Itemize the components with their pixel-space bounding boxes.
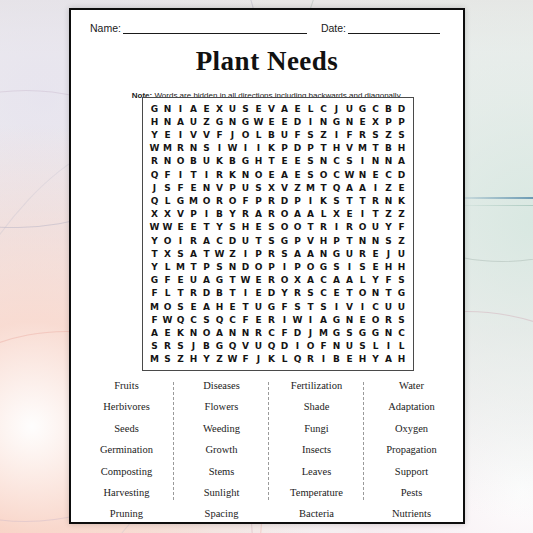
- grid-cell-r1c10: V: [265, 102, 278, 115]
- grid-cell-r11c16: T: [343, 234, 356, 247]
- grid-cell-r5c3: O: [174, 155, 187, 168]
- grid-cell-r2c7: N: [226, 115, 239, 128]
- grid-cell-r1c16: U: [343, 102, 356, 115]
- grid-cell-r7c2: S: [161, 181, 174, 194]
- grid-cell-r6c14: O: [317, 168, 330, 181]
- grid-cell-r17c10: R: [265, 313, 278, 326]
- grid-cell-r15c8: I: [239, 287, 252, 300]
- grid-cell-r16c3: S: [174, 300, 187, 313]
- grid-cell-r8c2: L: [161, 194, 174, 207]
- grid-cell-r9c20: Z: [395, 208, 408, 221]
- grid-cell-r15c5: D: [200, 287, 213, 300]
- date-input-line[interactable]: [348, 22, 440, 34]
- grid-cell-r12c13: A: [304, 247, 317, 260]
- grid-cell-r16c4: E: [187, 300, 200, 313]
- grid-cell-r9c14: L: [317, 208, 330, 221]
- grid-cell-r9c5: I: [200, 208, 213, 221]
- grid-cell-r16c16: V: [343, 300, 356, 313]
- grid-cell-r16c11: F: [278, 300, 291, 313]
- grid-cell-r7c6: V: [213, 181, 226, 194]
- grid-cell-r13c7: N: [226, 260, 239, 273]
- grid-cell-r5c20: A: [395, 155, 408, 168]
- word-item: Sunlight: [174, 488, 269, 499]
- grid-cell-r12c16: U: [343, 247, 356, 260]
- grid-cell-r7c15: Q: [330, 181, 343, 194]
- grid-cell-r7c14: T: [317, 181, 330, 194]
- grid-cell-r13c14: G: [317, 260, 330, 273]
- grid-cell-r17c9: E: [252, 313, 265, 326]
- grid-cell-r8c4: M: [187, 194, 200, 207]
- grid-cell-r4c12: D: [291, 142, 304, 155]
- grid-cell-r11c5: A: [200, 234, 213, 247]
- grid-cell-r20c12: Q: [291, 353, 304, 366]
- grid-cell-r19c9: U: [252, 340, 265, 353]
- word-item: Herbivores: [79, 402, 174, 413]
- grid-cell-r20c20: H: [395, 353, 408, 366]
- grid-cell-r19c19: I: [382, 340, 395, 353]
- word-list-column-1: FruitsHerbivoresSeedsGerminationComposti…: [79, 378, 174, 524]
- grid-cell-r20c13: R: [304, 353, 317, 366]
- grid-cell-r11c7: D: [226, 234, 239, 247]
- grid-cell-r14c10: R: [265, 274, 278, 287]
- grid-cell-r11c6: C: [213, 234, 226, 247]
- grid-cell-r3c19: Z: [382, 128, 395, 141]
- word-item: Leaves: [269, 467, 364, 478]
- grid-cell-r9c4: P: [187, 208, 200, 221]
- grid-cell-r13c9: O: [252, 260, 265, 273]
- grid-cell-r18c16: S: [343, 326, 356, 339]
- grid-cell-r12c4: A: [187, 247, 200, 260]
- grid-cell-r11c11: G: [278, 234, 291, 247]
- grid-cell-r8c8: F: [239, 194, 252, 207]
- grid-cell-r8c5: O: [200, 194, 213, 207]
- grid-cell-r3c12: F: [291, 128, 304, 141]
- grid-cell-r14c4: U: [187, 274, 200, 287]
- grid-cell-r14c8: W: [239, 274, 252, 287]
- grid-cell-r17c5: S: [200, 313, 213, 326]
- grid-cell-r2c12: D: [291, 115, 304, 128]
- grid-cell-r3c17: R: [356, 128, 369, 141]
- grid-cell-r16c7: E: [226, 300, 239, 313]
- grid-cell-r15c15: E: [330, 287, 343, 300]
- grid-cell-r4c3: R: [174, 142, 187, 155]
- grid-cell-r18c8: N: [239, 326, 252, 339]
- page-title: Plant Needs: [71, 46, 463, 77]
- grid-cell-r19c15: N: [330, 340, 343, 353]
- grid-cell-r11c13: V: [304, 234, 317, 247]
- word-item: Bacteria: [269, 509, 364, 520]
- grid-cell-r5c2: N: [161, 155, 174, 168]
- grid-cell-r16c20: U: [395, 300, 408, 313]
- grid-cell-r7c17: A: [356, 181, 369, 194]
- grid-cell-r13c15: S: [330, 260, 343, 273]
- grid-cell-r19c7: Q: [226, 340, 239, 353]
- grid-cell-r20c16: E: [343, 353, 356, 366]
- grid-cell-r2c16: N: [343, 115, 356, 128]
- grid-cell-r11c9: T: [252, 234, 265, 247]
- grid-cell-r19c13: O: [304, 340, 317, 353]
- word-list: FruitsHerbivoresSeedsGerminationComposti…: [79, 378, 459, 524]
- grid-cell-r7c9: S: [252, 181, 265, 194]
- grid-cell-r11c19: S: [382, 234, 395, 247]
- grid-cell-r4c20: H: [395, 142, 408, 155]
- grid-cell-r9c15: X: [330, 208, 343, 221]
- grid-cell-r15c2: L: [161, 287, 174, 300]
- grid-cell-r17c17: E: [356, 313, 369, 326]
- grid-cell-r20c6: Z: [213, 353, 226, 366]
- grid-cell-r18c12: D: [291, 326, 304, 339]
- grid-cell-r19c12: I: [291, 340, 304, 353]
- word-item: Water: [364, 381, 459, 392]
- grid-cell-r13c13: O: [304, 260, 317, 273]
- grid-cell-r7c3: F: [174, 181, 187, 194]
- grid-cell-r4c14: T: [317, 142, 330, 155]
- grid-cell-r11c20: Z: [395, 234, 408, 247]
- grid-cell-r5c8: G: [239, 155, 252, 168]
- grid-cell-r8c16: T: [343, 194, 356, 207]
- grid-cell-r7c12: Z: [291, 181, 304, 194]
- grid-cell-r6c12: E: [291, 168, 304, 181]
- grid-cell-r3c1: Y: [148, 128, 161, 141]
- grid-cell-r5c14: N: [317, 155, 330, 168]
- word-item: Shade: [269, 402, 364, 413]
- grid-cell-r9c12: A: [291, 208, 304, 221]
- grid-cell-r1c5: E: [200, 102, 213, 115]
- word-item: Support: [364, 467, 459, 478]
- word-item: Pruning: [79, 509, 174, 520]
- grid-cell-r13c19: H: [382, 260, 395, 273]
- grid-cell-r1c11: A: [278, 102, 291, 115]
- grid-cell-r2c2: N: [161, 115, 174, 128]
- grid-cell-r17c8: F: [239, 313, 252, 326]
- word-list-column-4: WaterAdaptationOxygenPropagationSupportP…: [364, 378, 459, 524]
- grid-cell-r3c18: S: [369, 128, 382, 141]
- grid-cell-r12c19: J: [382, 247, 395, 260]
- grid-cell-r8c9: P: [252, 194, 265, 207]
- grid-cell-r18c2: E: [161, 326, 174, 339]
- date-label: Date:: [321, 22, 346, 34]
- name-input-line[interactable]: [123, 22, 307, 34]
- grid-cell-r3c14: Z: [317, 128, 330, 141]
- grid-cell-r13c2: L: [161, 260, 174, 273]
- grid-cell-r15c10: D: [265, 287, 278, 300]
- grid-cell-r6c15: C: [330, 168, 343, 181]
- grid-cell-r6c2: F: [161, 168, 174, 181]
- grid-cell-r4c17: M: [356, 142, 369, 155]
- grid-cell-r17c15: G: [330, 313, 343, 326]
- grid-cell-r3c9: L: [252, 128, 265, 141]
- grid-cell-r1c15: J: [330, 102, 343, 115]
- grid-cell-r2c1: H: [148, 115, 161, 128]
- grid-cell-r1c7: U: [226, 102, 239, 115]
- grid-cell-r5c12: E: [291, 155, 304, 168]
- grid-cell-r20c4: H: [187, 353, 200, 366]
- grid-cell-r16c6: H: [213, 300, 226, 313]
- grid-cell-r12c9: P: [252, 247, 265, 260]
- grid-cell-r12c1: T: [148, 247, 161, 260]
- grid-cell-r19c2: R: [161, 340, 174, 353]
- grid-cell-r12c15: G: [330, 247, 343, 260]
- grid-cell-r4c6: I: [213, 142, 226, 155]
- grid-cell-r11c18: N: [369, 234, 382, 247]
- grid-cell-r5c9: H: [252, 155, 265, 168]
- grid-cell-r9c16: E: [343, 208, 356, 221]
- grid-cell-r10c17: O: [356, 221, 369, 234]
- grid-cell-r10c2: W: [161, 221, 174, 234]
- grid-cell-r9c9: A: [252, 208, 265, 221]
- grid-cell-r3c8: O: [239, 128, 252, 141]
- grid-cell-r18c6: A: [213, 326, 226, 339]
- grid-cell-r13c20: H: [395, 260, 408, 273]
- grid-cell-r11c17: N: [356, 234, 369, 247]
- grid-cell-r2c4: U: [187, 115, 200, 128]
- grid-cell-r8c17: T: [356, 194, 369, 207]
- grid-cell-r12c18: E: [369, 247, 382, 260]
- grid-cell-r19c5: B: [200, 340, 213, 353]
- grid-cell-r1c3: I: [174, 102, 187, 115]
- grid-cell-r20c15: B: [330, 353, 343, 366]
- grid-cell-r14c9: E: [252, 274, 265, 287]
- grid-cell-r20c1: M: [148, 353, 161, 366]
- grid-cell-r1c2: N: [161, 102, 174, 115]
- grid-cell-r20c17: H: [356, 353, 369, 366]
- grid-cell-r8c7: O: [226, 194, 239, 207]
- grid-cell-r1c9: E: [252, 102, 265, 115]
- grid-cell-r16c10: G: [265, 300, 278, 313]
- grid-cell-r16c1: M: [148, 300, 161, 313]
- grid-cell-r20c9: J: [252, 353, 265, 366]
- grid-cell-r2c19: P: [382, 115, 395, 128]
- grid-cell-r7c5: N: [200, 181, 213, 194]
- grid-cell-r4c5: S: [200, 142, 213, 155]
- grid-cell-r2c3: A: [174, 115, 187, 128]
- grid-cell-r19c8: V: [239, 340, 252, 353]
- word-item: Fruits: [79, 381, 174, 392]
- grid-cell-r2c5: Z: [200, 115, 213, 128]
- grid-cell-r2c15: G: [330, 115, 343, 128]
- grid-cell-r7c20: E: [395, 181, 408, 194]
- word-search-grid: GNIAEXUSEVAELCJUGCBDHNAUZGNGWEEDINGNEXPP…: [142, 97, 414, 371]
- word-item: Flowers: [174, 402, 269, 413]
- grid-cell-r18c13: J: [304, 326, 317, 339]
- grid-cell-r15c1: F: [148, 287, 161, 300]
- grid-cell-r20c18: Y: [369, 353, 382, 366]
- grid-cell-r14c7: T: [226, 274, 239, 287]
- grid-cell-r14c13: A: [304, 274, 317, 287]
- grid-cell-r6c6: R: [213, 168, 226, 181]
- grid-cell-r2c20: P: [395, 115, 408, 128]
- grid-cell-r2c11: E: [278, 115, 291, 128]
- grid-cell-r2c17: E: [356, 115, 369, 128]
- grid-cell-r6c8: N: [239, 168, 252, 181]
- grid-cell-r15c6: B: [213, 287, 226, 300]
- grid-cell-r15c3: T: [174, 287, 187, 300]
- grid-cell-r1c20: D: [395, 102, 408, 115]
- grid-cell-r20c3: Z: [174, 353, 187, 366]
- grid-cell-r5c18: N: [369, 155, 382, 168]
- grid-cell-r5c5: U: [200, 155, 213, 168]
- grid-cell-r18c5: O: [200, 326, 213, 339]
- grid-cell-r19c11: D: [278, 340, 291, 353]
- grid-cell-r7c7: P: [226, 181, 239, 194]
- word-item: Oxygen: [364, 424, 459, 435]
- word-item: Propagation: [364, 445, 459, 456]
- grid-cell-r9c11: O: [278, 208, 291, 221]
- grid-cell-r18c17: G: [356, 326, 369, 339]
- grid-cell-r9c1: X: [148, 208, 161, 221]
- grid-cell-r14c5: A: [200, 274, 213, 287]
- grid-cell-r18c7: N: [226, 326, 239, 339]
- grid-cell-r6c5: I: [200, 168, 213, 181]
- grid-cell-r13c1: Y: [148, 260, 161, 273]
- grid-cell-r11c3: I: [174, 234, 187, 247]
- grid-cell-r14c3: E: [174, 274, 187, 287]
- grid-cell-r12c17: R: [356, 247, 369, 260]
- grid-cell-r9c18: T: [369, 208, 382, 221]
- grid-cell-r6c4: T: [187, 168, 200, 181]
- grid-cell-r8c15: S: [330, 194, 343, 207]
- grid-cell-r20c7: W: [226, 353, 239, 366]
- grid-cell-r3c15: I: [330, 128, 343, 141]
- word-item: Pests: [364, 488, 459, 499]
- grid-cell-r18c4: N: [187, 326, 200, 339]
- grid-cell-r17c20: S: [395, 313, 408, 326]
- grid-cell-r17c6: Q: [213, 313, 226, 326]
- grid-cell-r4c15: H: [330, 142, 343, 155]
- grid-cell-r12c5: T: [200, 247, 213, 260]
- grid-cell-r15c4: R: [187, 287, 200, 300]
- grid-cell-r15c18: N: [369, 287, 382, 300]
- grid-cell-r13c5: P: [200, 260, 213, 273]
- grid-cell-r5c19: N: [382, 155, 395, 168]
- grid-cell-r12c10: R: [265, 247, 278, 260]
- grid-cell-r10c1: W: [148, 221, 161, 234]
- grid-cell-r15c14: C: [317, 287, 330, 300]
- grid-cell-r4c1: W: [148, 142, 161, 155]
- grid-cell-r10c12: O: [291, 221, 304, 234]
- grid-cell-r14c15: A: [330, 274, 343, 287]
- grid-cell-r18c18: G: [369, 326, 382, 339]
- grid-cell-r14c14: C: [317, 274, 330, 287]
- grid-cell-r18c19: N: [382, 326, 395, 339]
- grid-cell-r18c15: G: [330, 326, 343, 339]
- grid-cell-r14c19: F: [382, 274, 395, 287]
- grid-cell-r16c5: A: [200, 300, 213, 313]
- grid-cell-r11c14: H: [317, 234, 330, 247]
- background-blue-line: [464, 197, 533, 199]
- grid-cell-r8c10: R: [265, 194, 278, 207]
- grid-cell-r12c8: I: [239, 247, 252, 260]
- grid-cell-r3c3: I: [174, 128, 187, 141]
- grid-cell-r17c7: C: [226, 313, 239, 326]
- grid-cell-r16c19: U: [382, 300, 395, 313]
- grid-cell-r11c2: O: [161, 234, 174, 247]
- grid-cell-r3c7: J: [226, 128, 239, 141]
- grid-cell-r2c10: E: [265, 115, 278, 128]
- word-item: Harvesting: [79, 488, 174, 499]
- grid-cell-r4c16: V: [343, 142, 356, 155]
- grid-cell-r4c7: W: [226, 142, 239, 155]
- grid-cell-r12c3: S: [174, 247, 187, 260]
- grid-cell-r13c16: I: [343, 260, 356, 273]
- grid-cell-r13c17: S: [356, 260, 369, 273]
- word-list-column-2: DiseasesFlowersWeedingGrowthStemsSunligh…: [174, 378, 269, 524]
- grid-cell-r3c16: F: [343, 128, 356, 141]
- grid-cell-r1c4: A: [187, 102, 200, 115]
- grid-cell-r14c16: A: [343, 274, 356, 287]
- grid-cell-r6c19: C: [382, 168, 395, 181]
- grid-cell-r4c19: B: [382, 142, 395, 155]
- grid-cell-r17c12: W: [291, 313, 304, 326]
- grid-cell-r16c2: O: [161, 300, 174, 313]
- grid-cell-r14c12: X: [291, 274, 304, 287]
- grid-cell-r10c19: Y: [382, 221, 395, 234]
- grid-cell-r20c2: S: [161, 353, 174, 366]
- grid-cell-r13c6: S: [213, 260, 226, 273]
- grid-cell-r9c2: X: [161, 208, 174, 221]
- grid-cell-r11c4: R: [187, 234, 200, 247]
- grid-cell-r10c10: S: [265, 221, 278, 234]
- grid-cell-r10c8: H: [239, 221, 252, 234]
- word-item: Diseases: [174, 381, 269, 392]
- grid-cell-r17c11: I: [278, 313, 291, 326]
- grid-cell-r1c14: C: [317, 102, 330, 115]
- grid-cell-r1c8: S: [239, 102, 252, 115]
- grid-cell-r12c20: U: [395, 247, 408, 260]
- grid-cell-r3c4: V: [187, 128, 200, 141]
- grid-cell-r5c13: S: [304, 155, 317, 168]
- grid-cell-r13c12: P: [291, 260, 304, 273]
- grid-cell-r18c14: M: [317, 326, 330, 339]
- background-teal-line: [464, 205, 533, 206]
- grid-cell-r5c15: C: [330, 155, 343, 168]
- grid-cell-r18c9: R: [252, 326, 265, 339]
- grid-cell-r4c10: K: [265, 142, 278, 155]
- word-list-column-3: FertilizationShadeFungiInsectsLeavesTemp…: [269, 378, 364, 524]
- grid-cell-r14c18: Y: [369, 274, 382, 287]
- grid-cell-r9c17: I: [356, 208, 369, 221]
- grid-cell-r19c16: U: [343, 340, 356, 353]
- grid-cell-r13c10: P: [265, 260, 278, 273]
- grid-cell-r18c20: C: [395, 326, 408, 339]
- word-item: Fungi: [269, 424, 364, 435]
- grid-cell-r9c13: A: [304, 208, 317, 221]
- grid-cell-r17c19: R: [382, 313, 395, 326]
- grid-cell-r17c3: Q: [174, 313, 187, 326]
- grid-cell-r19c20: L: [395, 340, 408, 353]
- grid-cell-r20c10: K: [265, 353, 278, 366]
- word-item: Nutrients: [364, 509, 459, 520]
- grid-cell-r15c20: G: [395, 287, 408, 300]
- grid-cell-r7c16: A: [343, 181, 356, 194]
- grid-cell-r13c4: T: [187, 260, 200, 273]
- grid-cell-r6c17: N: [356, 168, 369, 181]
- word-item: Stems: [174, 467, 269, 478]
- grid-cell-r8c3: G: [174, 194, 187, 207]
- grid-cell-r12c7: Z: [226, 247, 239, 260]
- grid-cell-r3c10: B: [265, 128, 278, 141]
- grid-cell-r18c10: C: [265, 326, 278, 339]
- grid-cell-r13c8: D: [239, 260, 252, 273]
- word-item: Temperature: [269, 488, 364, 499]
- grid-cell-r3c11: U: [278, 128, 291, 141]
- grid-cell-r2c14: N: [317, 115, 330, 128]
- word-item: Seeds: [79, 424, 174, 435]
- grid-cell-r20c11: L: [278, 353, 291, 366]
- grid-cell-r16c15: I: [330, 300, 343, 313]
- grid-cell-r14c6: G: [213, 274, 226, 287]
- grid-cell-r8c19: N: [382, 194, 395, 207]
